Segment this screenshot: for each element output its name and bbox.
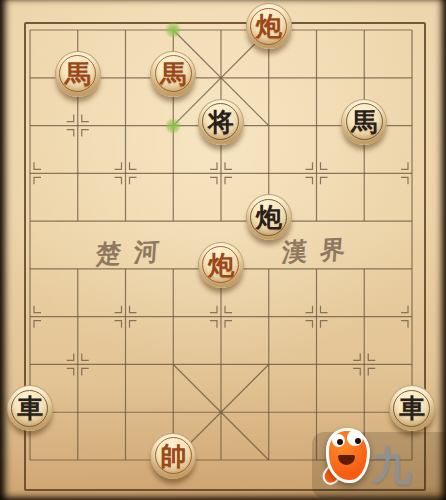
piece-char: 将 <box>199 100 243 144</box>
watermark-text: 九游 <box>372 438 446 500</box>
piece-black-general[interactable]: 将 <box>198 99 244 145</box>
move-marker <box>165 22 181 38</box>
piece-char: 炮 <box>199 243 243 287</box>
piece-red-general[interactable]: 帥 <box>150 433 196 479</box>
piece-red-cannon[interactable]: 炮 <box>246 3 292 49</box>
piece-char: 馬 <box>342 100 386 144</box>
piece-char: 車 <box>8 386 52 430</box>
piece-char: 馬 <box>56 52 100 96</box>
piece-red-horse[interactable]: 馬 <box>55 51 101 97</box>
piece-black-cannon[interactable]: 炮 <box>246 194 292 240</box>
piece-char: 馬 <box>151 52 195 96</box>
jiuyou-watermark: 九游 <box>310 422 446 496</box>
piece-red-horse[interactable]: 馬 <box>150 51 196 97</box>
piece-char: 炮 <box>247 4 291 48</box>
piece-red-cannon[interactable]: 炮 <box>198 242 244 288</box>
jiuyou-mascot-icon <box>326 428 370 483</box>
piece-char: 帥 <box>151 434 195 478</box>
xiangqi-app: 楚河 漢界 炮馬馬将馬炮炮車車帥 九游 <box>0 0 446 500</box>
piece-black-chariot[interactable]: 車 <box>7 385 53 431</box>
piece-black-horse[interactable]: 馬 <box>341 99 387 145</box>
piece-char: 炮 <box>247 195 291 239</box>
board-grid[interactable]: 炮馬馬将馬炮炮車車帥 <box>6 6 436 484</box>
move-marker <box>165 118 181 134</box>
